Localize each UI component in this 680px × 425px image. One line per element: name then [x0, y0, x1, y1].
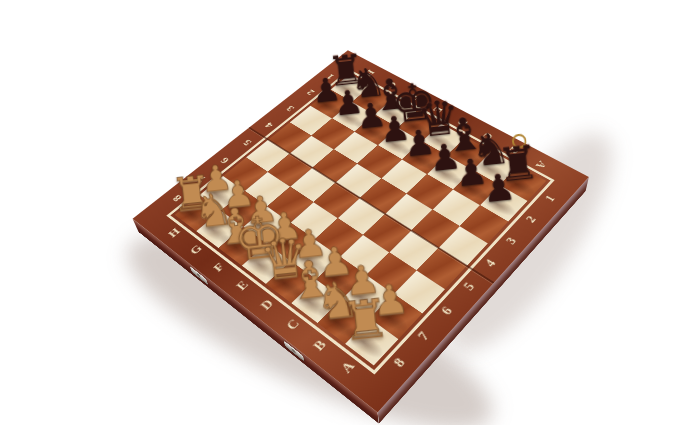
rank-label-right-2: 2 — [516, 207, 545, 230]
rank-label-right-5: 5 — [454, 273, 485, 299]
front-clasp-right — [284, 340, 305, 361]
square-e5 — [314, 183, 360, 219]
piece-glyph: ♜ — [328, 289, 402, 349]
rank-label-right-3: 3 — [496, 229, 526, 253]
rank-label-right-4: 4 — [476, 250, 507, 275]
file-label-near-A: A — [331, 352, 364, 382]
piece-glyph: ♟ — [466, 166, 531, 209]
board-surface: HH11GG22FF33EE44DD55CC66BB77AA88♜♞♝♛♚♝♞♜… — [133, 50, 589, 412]
file-label-near-B: B — [303, 331, 335, 360]
rank-label-right-7: 7 — [408, 322, 440, 350]
rank-label-left-5: 5 — [235, 133, 261, 152]
file-label-near-C: C — [277, 311, 309, 339]
rank-label-right-1: 1 — [536, 187, 565, 209]
rank-label-right-6: 6 — [431, 297, 463, 324]
chess-set-photo: HH11GG22FF33EE44DD55CC66BB77AA88♜♞♝♛♚♝♞♜… — [0, 0, 680, 425]
